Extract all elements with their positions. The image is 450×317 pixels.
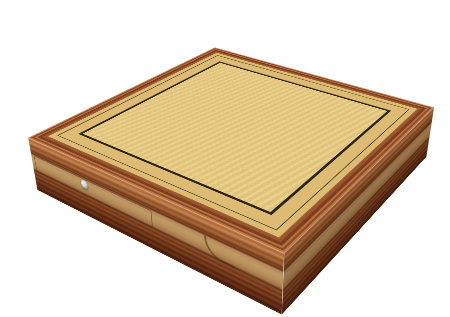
photo-canvas <box>0 0 450 317</box>
chess-case <box>28 47 434 253</box>
drawer-corner-seam <box>204 235 234 268</box>
board-top <box>28 47 434 253</box>
